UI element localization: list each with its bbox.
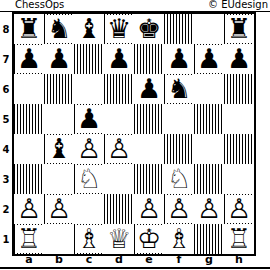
square-d7[interactable]: ♟ [104, 44, 134, 74]
square-g1[interactable] [194, 224, 224, 254]
square-f2[interactable]: ♙ [164, 194, 194, 224]
square-e1[interactable]: ♔ [134, 224, 164, 254]
file-label-b: b [44, 253, 74, 266]
square-g7[interactable]: ♟ [194, 44, 224, 74]
square-d5[interactable] [104, 104, 134, 134]
rank-label-5: 5 [0, 104, 12, 134]
square-c6[interactable] [74, 74, 104, 104]
bottom-rule [0, 267, 270, 269]
piece-black-pawn: ♟ [166, 45, 192, 73]
piece-white-rook: ♖ [226, 225, 252, 253]
square-c7[interactable] [74, 44, 104, 74]
square-a2[interactable]: ♙ [14, 194, 44, 224]
square-b7[interactable]: ♟ [44, 44, 74, 74]
square-f3[interactable]: ♘ [164, 164, 194, 194]
square-h2[interactable]: ♙ [224, 194, 254, 224]
piece-black-king: ♚ [136, 15, 162, 43]
file-label-c: c [74, 253, 104, 266]
square-b4[interactable]: ♝ [44, 134, 74, 164]
piece-black-rook: ♜ [16, 15, 42, 43]
rank-label-1: 1 [0, 224, 12, 254]
square-e6[interactable]: ♟ [134, 74, 164, 104]
square-c3[interactable]: ♘ [74, 164, 104, 194]
piece-white-pawn: ♙ [76, 135, 102, 163]
rank-labels: 87654321 [0, 14, 12, 254]
rank-label-6: 6 [0, 74, 12, 104]
piece-white-knight: ♘ [76, 165, 102, 193]
square-e2[interactable]: ♙ [134, 194, 164, 224]
piece-black-bishop: ♝ [46, 135, 72, 163]
file-label-g: g [194, 253, 224, 266]
piece-white-king: ♔ [136, 225, 162, 253]
square-f5[interactable] [164, 104, 194, 134]
piece-white-pawn: ♙ [196, 195, 222, 223]
file-label-d: d [104, 253, 134, 266]
square-g5[interactable] [194, 104, 224, 134]
square-f7[interactable]: ♟ [164, 44, 194, 74]
square-g8[interactable] [194, 14, 224, 44]
square-h3[interactable] [224, 164, 254, 194]
square-h5[interactable] [224, 104, 254, 134]
square-d4[interactable]: ♙ [104, 134, 134, 164]
piece-white-pawn: ♙ [106, 135, 132, 163]
square-d8[interactable]: ♛ [104, 14, 134, 44]
chess-board: ♜♞♝♛♚♜♟♟♟♟♟♟♟♞♟♝♙♙♘♘♙♙♙♙♙♙♖♗♕♔♗♖ [14, 14, 254, 254]
chess-board-frame: ♜♞♝♛♚♜♟♟♟♟♟♟♟♞♟♝♙♙♘♘♙♙♙♙♙♙♖♗♕♔♗♖ [12, 12, 256, 256]
square-g4[interactable] [194, 134, 224, 164]
piece-black-pawn: ♟ [16, 45, 42, 73]
square-d2[interactable] [104, 194, 134, 224]
square-b2[interactable]: ♙ [44, 194, 74, 224]
square-c4[interactable]: ♙ [74, 134, 104, 164]
file-label-e: e [134, 253, 164, 266]
piece-black-queen: ♛ [106, 15, 132, 43]
piece-white-pawn: ♙ [16, 195, 42, 223]
piece-black-bishop: ♝ [76, 15, 102, 43]
square-h8[interactable]: ♜ [224, 14, 254, 44]
square-e7[interactable] [134, 44, 164, 74]
piece-black-pawn: ♟ [106, 45, 132, 73]
piece-white-pawn: ♙ [46, 195, 72, 223]
piece-black-rook: ♜ [226, 15, 252, 43]
square-a3[interactable] [14, 164, 44, 194]
square-f8[interactable] [164, 14, 194, 44]
square-h1[interactable]: ♖ [224, 224, 254, 254]
square-d6[interactable] [104, 74, 134, 104]
square-e8[interactable]: ♚ [134, 14, 164, 44]
piece-white-knight: ♘ [166, 165, 192, 193]
square-g3[interactable] [194, 164, 224, 194]
piece-white-pawn: ♙ [226, 195, 252, 223]
piece-black-pawn: ♟ [76, 105, 102, 133]
piece-black-knight: ♞ [166, 75, 192, 103]
file-label-a: a [14, 253, 44, 266]
square-c8[interactable]: ♝ [74, 14, 104, 44]
square-e3[interactable] [134, 164, 164, 194]
square-b3[interactable] [44, 164, 74, 194]
piece-black-pawn: ♟ [196, 45, 222, 73]
header-bar: ChessOps © EUdesign [0, 0, 270, 12]
piece-white-queen: ♕ [106, 225, 132, 253]
square-c2[interactable] [74, 194, 104, 224]
rank-label-2: 2 [0, 194, 12, 224]
square-a5[interactable] [14, 104, 44, 134]
square-b8[interactable]: ♞ [44, 14, 74, 44]
square-e5[interactable] [134, 104, 164, 134]
piece-white-pawn: ♙ [136, 195, 162, 223]
square-a8[interactable]: ♜ [14, 14, 44, 44]
square-d3[interactable] [104, 164, 134, 194]
copyright-label: © EUdesign [208, 0, 268, 10]
square-g2[interactable]: ♙ [194, 194, 224, 224]
square-c5[interactable]: ♟ [74, 104, 104, 134]
rank-label-8: 8 [0, 14, 12, 44]
piece-black-pawn: ♟ [46, 45, 72, 73]
square-a1[interactable]: ♖ [14, 224, 44, 254]
piece-white-bishop: ♗ [166, 225, 192, 253]
square-d1[interactable]: ♕ [104, 224, 134, 254]
square-b1[interactable] [44, 224, 74, 254]
square-h6[interactable] [224, 74, 254, 104]
square-f1[interactable]: ♗ [164, 224, 194, 254]
square-a7[interactable]: ♟ [14, 44, 44, 74]
square-g6[interactable] [194, 74, 224, 104]
square-c1[interactable]: ♗ [74, 224, 104, 254]
rank-label-3: 3 [0, 164, 12, 194]
square-b6[interactable] [44, 74, 74, 104]
square-h7[interactable]: ♟ [224, 44, 254, 74]
piece-black-pawn: ♟ [136, 75, 162, 103]
piece-black-pawn: ♟ [226, 45, 252, 73]
piece-white-rook: ♖ [16, 225, 42, 253]
file-label-h: h [224, 253, 254, 266]
square-a4[interactable] [14, 134, 44, 164]
piece-white-bishop: ♗ [76, 225, 102, 253]
app-title: ChessOps [15, 0, 64, 10]
rank-label-7: 7 [0, 44, 12, 74]
rank-label-4: 4 [0, 134, 12, 164]
square-a6[interactable] [14, 74, 44, 104]
square-f4[interactable] [164, 134, 194, 164]
file-labels: abcdefgh [14, 253, 254, 266]
square-f6[interactable]: ♞ [164, 74, 194, 104]
file-label-f: f [164, 253, 194, 266]
square-e4[interactable] [134, 134, 164, 164]
piece-white-pawn: ♙ [166, 195, 192, 223]
piece-black-knight: ♞ [46, 15, 72, 43]
square-b5[interactable] [44, 104, 74, 134]
square-h4[interactable] [224, 134, 254, 164]
